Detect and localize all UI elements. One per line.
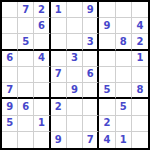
given-digit: 4 [136, 21, 143, 31]
sudoku-cell-r5-c1[interactable] [2, 67, 18, 83]
sudoku-cell-r6-c5[interactable]: 9 [67, 83, 83, 99]
sudoku-cell-r4-c5[interactable]: 3 [67, 51, 83, 67]
given-digit: 1 [38, 118, 45, 128]
sudoku-cell-r1-c5[interactable] [67, 2, 83, 18]
sudoku-cell-r5-c4[interactable]: 7 [51, 67, 67, 83]
sudoku-cell-r2-c6[interactable] [83, 18, 99, 34]
given-digit: 7 [22, 5, 29, 15]
sudoku-cell-r1-c1[interactable] [2, 2, 18, 18]
sudoku-cell-r6-c9[interactable]: 8 [132, 83, 148, 99]
sudoku-cell-r1-c6[interactable]: 9 [83, 2, 99, 18]
sudoku-cell-r5-c6[interactable]: 6 [83, 67, 99, 83]
sudoku-cell-r5-c8[interactable] [116, 67, 132, 83]
sudoku-cell-r6-c4[interactable] [51, 83, 67, 99]
given-digit: 6 [22, 102, 29, 112]
sudoku-cell-r3-c8[interactable]: 8 [116, 34, 132, 50]
sudoku-cell-r5-c9[interactable] [132, 67, 148, 83]
given-digit: 6 [38, 21, 45, 31]
sudoku-cell-r7-c9[interactable] [132, 99, 148, 115]
given-digit: 5 [120, 102, 127, 112]
given-digit: 9 [87, 5, 94, 15]
sudoku-cell-r6-c3[interactable] [34, 83, 50, 99]
sudoku-cell-r4-c6[interactable] [83, 51, 99, 67]
sudoku-cell-r1-c8[interactable] [116, 2, 132, 18]
sudoku-cell-r2-c4[interactable] [51, 18, 67, 34]
sudoku-cell-r8-c7[interactable]: 2 [99, 116, 115, 132]
sudoku-cell-r8-c4[interactable] [51, 116, 67, 132]
sudoku-cell-r6-c7[interactable]: 5 [99, 83, 115, 99]
given-digit: 2 [38, 5, 45, 15]
sudoku-cell-r7-c6[interactable] [83, 99, 99, 115]
sudoku-board: 72196945382643176795896255129741 [0, 0, 150, 150]
sudoku-cell-r7-c4[interactable]: 2 [51, 99, 67, 115]
sudoku-cell-r2-c2[interactable] [18, 18, 34, 34]
sudoku-cell-r5-c3[interactable] [34, 67, 50, 83]
sudoku-cell-r3-c9[interactable]: 2 [132, 34, 148, 50]
sudoku-cell-r4-c2[interactable] [18, 51, 34, 67]
sudoku-cell-r4-c9[interactable]: 1 [132, 51, 148, 67]
sudoku-cell-r1-c3[interactable]: 2 [34, 2, 50, 18]
sudoku-cell-r3-c3[interactable] [34, 34, 50, 50]
sudoku-cell-r9-c4[interactable]: 9 [51, 132, 67, 148]
sudoku-cell-r9-c1[interactable] [2, 132, 18, 148]
given-digit: 1 [136, 53, 143, 63]
given-digit: 6 [6, 53, 13, 63]
given-digit: 8 [120, 37, 127, 47]
sudoku-cell-r3-c1[interactable] [2, 34, 18, 50]
given-digit: 5 [103, 85, 110, 95]
sudoku-cell-r7-c8[interactable]: 5 [116, 99, 132, 115]
sudoku-cell-r8-c6[interactable] [83, 116, 99, 132]
given-digit: 9 [6, 102, 13, 112]
sudoku-cell-r6-c6[interactable] [83, 83, 99, 99]
sudoku-cell-r8-c3[interactable]: 1 [34, 116, 50, 132]
sudoku-cell-r9-c6[interactable]: 7 [83, 132, 99, 148]
sudoku-cell-r3-c2[interactable]: 5 [18, 34, 34, 50]
given-digit: 4 [38, 53, 45, 63]
sudoku-cell-r1-c4[interactable]: 1 [51, 2, 67, 18]
given-digit: 1 [120, 135, 127, 145]
given-digit: 9 [103, 21, 110, 31]
sudoku-cell-r2-c9[interactable]: 4 [132, 18, 148, 34]
sudoku-cell-r6-c8[interactable] [116, 83, 132, 99]
given-digit: 9 [71, 85, 78, 95]
sudoku-cell-r2-c1[interactable] [2, 18, 18, 34]
sudoku-cell-r4-c1[interactable]: 6 [2, 51, 18, 67]
sudoku-cell-r2-c7[interactable]: 9 [99, 18, 115, 34]
sudoku-cell-r5-c2[interactable] [18, 67, 34, 83]
sudoku-cell-r1-c9[interactable] [132, 2, 148, 18]
sudoku-cell-r2-c5[interactable] [67, 18, 83, 34]
sudoku-cell-r6-c1[interactable]: 7 [2, 83, 18, 99]
given-digit: 3 [71, 53, 78, 63]
sudoku-cell-r4-c7[interactable] [99, 51, 115, 67]
sudoku-cell-r3-c4[interactable] [51, 34, 67, 50]
sudoku-cell-r7-c3[interactable] [34, 99, 50, 115]
given-digit: 4 [103, 135, 110, 145]
given-digit: 2 [136, 37, 143, 47]
sudoku-cell-r8-c5[interactable] [67, 116, 83, 132]
given-digit: 3 [87, 37, 94, 47]
given-digit: 1 [55, 5, 62, 15]
given-digit: 7 [87, 135, 94, 145]
given-digit: 5 [22, 37, 29, 47]
sudoku-cell-r9-c8[interactable]: 1 [116, 132, 132, 148]
sudoku-cell-r3-c5[interactable] [67, 34, 83, 50]
sudoku-cell-r7-c2[interactable]: 6 [18, 99, 34, 115]
sudoku-cell-r1-c7[interactable] [99, 2, 115, 18]
sudoku-cell-r9-c3[interactable] [34, 132, 50, 148]
sudoku-cell-r6-c2[interactable] [18, 83, 34, 99]
given-digit: 9 [55, 135, 62, 145]
given-digit: 6 [87, 69, 94, 79]
sudoku-cell-r8-c8[interactable] [116, 116, 132, 132]
sudoku-cell-r9-c9[interactable] [132, 132, 148, 148]
sudoku-cell-r8-c2[interactable] [18, 116, 34, 132]
sudoku-cell-r4-c3[interactable]: 4 [34, 51, 50, 67]
sudoku-cell-r9-c5[interactable] [67, 132, 83, 148]
sudoku-cell-r2-c8[interactable] [116, 18, 132, 34]
sudoku-cell-r3-c7[interactable] [99, 34, 115, 50]
sudoku-cell-r9-c7[interactable]: 4 [99, 132, 115, 148]
sudoku-cell-r5-c7[interactable] [99, 67, 115, 83]
sudoku-cell-r4-c8[interactable] [116, 51, 132, 67]
sudoku-cell-r8-c9[interactable] [132, 116, 148, 132]
sudoku-cell-r8-c1[interactable]: 5 [2, 116, 18, 132]
sudoku-cell-r3-c6[interactable]: 3 [83, 34, 99, 50]
given-digit: 7 [6, 85, 13, 95]
sudoku-cell-r9-c2[interactable] [18, 132, 34, 148]
sudoku-cell-r7-c5[interactable] [67, 99, 83, 115]
given-digit: 2 [55, 102, 62, 112]
given-digit: 5 [6, 118, 13, 128]
given-digit: 8 [136, 85, 143, 95]
sudoku-cell-r7-c7[interactable] [99, 99, 115, 115]
sudoku-cell-r1-c2[interactable]: 7 [18, 2, 34, 18]
given-digit: 7 [55, 69, 62, 79]
sudoku-cell-r7-c1[interactable]: 9 [2, 99, 18, 115]
sudoku-cell-r5-c5[interactable] [67, 67, 83, 83]
sudoku-cell-r4-c4[interactable] [51, 51, 67, 67]
sudoku-cell-r2-c3[interactable]: 6 [34, 18, 50, 34]
given-digit: 2 [103, 118, 110, 128]
